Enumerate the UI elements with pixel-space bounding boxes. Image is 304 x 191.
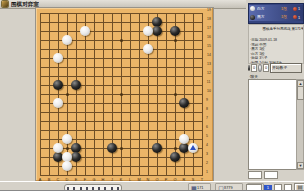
toolbar-button[interactable]: ▦171 [188,183,211,190]
nav-tick[interactable] [80,187,82,190]
star-point [174,147,177,150]
board-edge-bottom [40,175,203,176]
player-avatar [293,7,297,11]
row-label: 4 [206,143,208,147]
app-icon [2,1,8,7]
footer-input-2[interactable] [264,171,278,179]
game-info-line: ·规则 中国 [250,42,277,44]
nav-tick[interactable] [73,187,75,190]
panel-footer-row [248,171,278,179]
toolbar-right-cluster: 1 ▤ [246,183,304,190]
count-badge: 1 [264,185,272,191]
white-go-stone [53,53,63,63]
right-panel: 白方1段1黑方1段1 围棋高手对局观战 第171手 ·日期 2009-01-18… [246,0,304,181]
join-game-button[interactable]: 开始数子 [270,63,302,73]
row-label: 15 [207,44,211,48]
row-label: 17 [207,26,211,30]
player-name: 黑方 [257,14,265,20]
go-board-grid[interactable] [40,13,203,176]
nav-tick[interactable] [111,187,113,190]
star-point [120,147,123,150]
nav-tick[interactable] [92,187,94,190]
row-label: 18 [207,17,211,21]
player-rank: 1段 [281,6,287,12]
black-player-stone-icon [250,15,255,20]
row-label: 9 [206,98,208,102]
white-go-stone [80,26,90,36]
row-label: 3 [206,152,208,156]
game-info-line: ·日期 2009-01-18 [250,37,277,39]
footer-input-1[interactable] [248,171,262,179]
toolbar-button-icon: ▦ [191,185,197,191]
row-label: 6 [206,125,208,129]
row-label: 19 [207,8,211,12]
game-info-line: ·白方 1段 [250,51,277,53]
white-go-stone [179,134,189,144]
black-captures-box: 0 [251,64,257,72]
row-label: 13 [207,62,211,66]
window-title: 围棋对弈室 [11,0,39,8]
star-point [66,93,69,96]
row-label: 10 [207,89,211,93]
toolbar-button-label: 8779 [224,186,233,190]
white-captures-box: 0 [263,64,269,72]
black-go-stone [107,143,117,153]
black-go-stone [170,152,180,162]
game-info-title: 围棋高手对局观战 第171手 [263,26,290,31]
row-label: 5 [206,134,208,138]
star-point [174,39,177,42]
move-navigation-slider[interactable] [64,184,122,190]
nav-tick[interactable] [104,187,106,190]
white-go-stone [62,161,72,171]
game-info-line: ·黑方 1段 [250,46,277,48]
nav-tick[interactable] [86,187,88,190]
black-go-stone [53,80,63,90]
bottom-toolbar: ▦171▢8779●0s 1 ▤ [0,181,304,190]
row-label: 7 [206,116,208,120]
black-go-stone [71,80,81,90]
black-go-stone [152,143,162,153]
white-go-stone [62,134,72,144]
option-box-1[interactable] [274,184,282,191]
message-input[interactable] [246,184,262,191]
black-stone-icon [248,65,250,71]
black-go-stone [152,26,162,36]
go-board-panel: ABCDEFGHJKLMNOPQRST191817161514131211109… [36,8,213,181]
player-row[interactable]: 白方1段1 [249,5,303,13]
black-go-stone [179,98,189,108]
star-point [120,93,123,96]
row-label: 14 [207,53,211,57]
star-point [174,93,177,96]
white-go-stone [53,143,63,153]
game-info-line: ·贴目 3¾子 [250,56,277,58]
row-label: 12 [207,71,211,75]
scroll-down-icon[interactable]: ▼ [297,162,304,169]
black-go-stone [170,26,180,36]
white-go-stone [143,44,153,54]
star-point [120,39,123,42]
scroll-thumb[interactable] [297,86,304,100]
player-badge: 1 [298,15,300,19]
player-name: 白方 [257,6,265,12]
option-box-2[interactable] [284,184,292,191]
player-info-box: 白方1段1黑方1段1 [248,3,304,24]
chat-scrollbar[interactable]: ▲ ▼ [296,79,304,170]
star-point [66,147,69,150]
board-edge-right [202,13,203,176]
player-rank: 1段 [281,14,287,20]
nav-tick[interactable] [67,187,69,190]
nav-tick[interactable] [98,187,100,190]
row-label: 16 [207,35,211,39]
white-stone-icon [258,64,262,72]
row-label: 2 [206,161,208,165]
white-player-stone-icon [250,6,255,11]
toolbar-button-label: 171 [197,186,203,190]
white-go-stone [62,35,72,45]
player-row[interactable]: 黑方1段1 [249,13,303,21]
game-info-box: 围棋高手对局观战 第171手 ·日期 2009-01-18·规则 中国·黑方 1… [248,24,304,64]
black-go-stone [71,152,81,162]
white-go-stone [53,98,63,108]
last-move-marker-icon [190,145,196,150]
nav-tick[interactable] [117,187,119,190]
chat-box[interactable] [248,79,297,170]
row-label: 8 [206,107,208,111]
menu-button[interactable]: ▤ [294,183,304,190]
row-label: 11 [207,80,211,84]
player-badge: 1 [298,7,300,11]
white-go-stone [143,26,153,36]
player-avatar [293,15,297,19]
white-go-stone [188,143,198,153]
row-label: 1 [206,170,208,174]
action-row: 0 0 开始数子 [248,63,302,72]
toolbar-button[interactable]: ▢8779 [215,183,242,190]
app-window: 围棋对弈室 ABCDEFGHJKLMNOPQRST191817161514131… [0,0,304,190]
